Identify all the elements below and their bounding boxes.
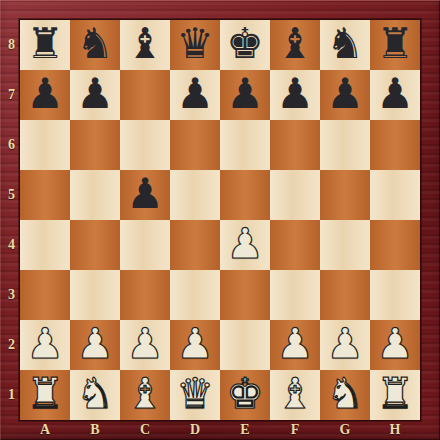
square-c3[interactable] xyxy=(120,270,170,320)
square-b1[interactable]: ♞ xyxy=(70,370,120,420)
square-e4[interactable]: ♟ xyxy=(220,220,270,270)
square-e8[interactable]: ♚ xyxy=(220,20,270,70)
square-g1[interactable]: ♞ xyxy=(320,370,370,420)
rank-label-3: 3 xyxy=(0,270,20,320)
square-e7[interactable]: ♟ xyxy=(220,70,270,120)
square-f6[interactable] xyxy=(270,120,320,170)
square-g5[interactable] xyxy=(320,170,370,220)
square-h3[interactable] xyxy=(370,270,420,320)
square-e2[interactable] xyxy=(220,320,270,370)
piece-black-knight[interactable]: ♞ xyxy=(76,23,114,65)
rank-label-5: 5 xyxy=(0,170,20,220)
square-a3[interactable] xyxy=(20,270,70,320)
piece-black-pawn[interactable]: ♟ xyxy=(326,73,364,115)
file-label-c: C xyxy=(120,420,170,440)
piece-white-pawn[interactable]: ♟ xyxy=(226,223,264,265)
square-f1[interactable]: ♝ xyxy=(270,370,320,420)
square-h8[interactable]: ♜ xyxy=(370,20,420,70)
file-label-a: A xyxy=(20,420,70,440)
piece-white-pawn[interactable]: ♟ xyxy=(176,323,214,365)
piece-black-pawn[interactable]: ♟ xyxy=(276,73,314,115)
file-label-d: D xyxy=(170,420,220,440)
piece-white-queen[interactable]: ♛ xyxy=(176,373,214,415)
piece-black-rook[interactable]: ♜ xyxy=(376,23,414,65)
square-d2[interactable]: ♟ xyxy=(170,320,220,370)
square-g8[interactable]: ♞ xyxy=(320,20,370,70)
square-f4[interactable] xyxy=(270,220,320,270)
square-c6[interactable] xyxy=(120,120,170,170)
square-c8[interactable]: ♝ xyxy=(120,20,170,70)
square-e6[interactable] xyxy=(220,120,270,170)
file-label-h: H xyxy=(370,420,420,440)
square-d1[interactable]: ♛ xyxy=(170,370,220,420)
piece-black-king[interactable]: ♚ xyxy=(226,23,264,65)
file-label-g: G xyxy=(320,420,370,440)
piece-black-knight[interactable]: ♞ xyxy=(326,23,364,65)
piece-white-bishop[interactable]: ♝ xyxy=(276,373,314,415)
piece-white-pawn[interactable]: ♟ xyxy=(276,323,314,365)
square-g6[interactable] xyxy=(320,120,370,170)
piece-black-queen[interactable]: ♛ xyxy=(176,23,214,65)
piece-white-bishop[interactable]: ♝ xyxy=(126,373,164,415)
piece-white-pawn[interactable]: ♟ xyxy=(76,323,114,365)
square-h1[interactable]: ♜ xyxy=(370,370,420,420)
square-h6[interactable] xyxy=(370,120,420,170)
square-a8[interactable]: ♜ xyxy=(20,20,70,70)
square-d3[interactable] xyxy=(170,270,220,320)
square-c5[interactable]: ♟ xyxy=(120,170,170,220)
piece-black-pawn[interactable]: ♟ xyxy=(376,73,414,115)
square-h5[interactable] xyxy=(370,170,420,220)
square-a2[interactable]: ♟ xyxy=(20,320,70,370)
square-a7[interactable]: ♟ xyxy=(20,70,70,120)
square-h2[interactable]: ♟ xyxy=(370,320,420,370)
square-c1[interactable]: ♝ xyxy=(120,370,170,420)
piece-white-rook[interactable]: ♜ xyxy=(376,373,414,415)
file-label-e: E xyxy=(220,420,270,440)
piece-black-pawn[interactable]: ♟ xyxy=(76,73,114,115)
square-f3[interactable] xyxy=(270,270,320,320)
rank-label-2: 2 xyxy=(0,320,20,370)
square-a5[interactable] xyxy=(20,170,70,220)
square-c4[interactable] xyxy=(120,220,170,270)
piece-black-bishop[interactable]: ♝ xyxy=(126,23,164,65)
square-b7[interactable]: ♟ xyxy=(70,70,120,120)
piece-white-knight[interactable]: ♞ xyxy=(76,373,114,415)
square-b5[interactable] xyxy=(70,170,120,220)
rank-label-6: 6 xyxy=(0,120,20,170)
piece-black-rook[interactable]: ♜ xyxy=(26,23,64,65)
square-a6[interactable] xyxy=(20,120,70,170)
square-d4[interactable] xyxy=(170,220,220,270)
square-c7[interactable] xyxy=(120,70,170,120)
square-a1[interactable]: ♜ xyxy=(20,370,70,420)
square-f8[interactable]: ♝ xyxy=(270,20,320,70)
square-b3[interactable] xyxy=(70,270,120,320)
square-f7[interactable]: ♟ xyxy=(270,70,320,120)
square-g3[interactable] xyxy=(320,270,370,320)
chess-board-frame: 87654321 ♜♞♝♛♚♝♞♜♟♟♟♟♟♟♟♟♟♟♟♟♟♟♟♟♜♞♝♛♚♝♞… xyxy=(0,0,440,440)
square-g7[interactable]: ♟ xyxy=(320,70,370,120)
rank-labels: 87654321 xyxy=(0,20,20,420)
square-e3[interactable] xyxy=(220,270,270,320)
square-f2[interactable]: ♟ xyxy=(270,320,320,370)
square-b6[interactable] xyxy=(70,120,120,170)
square-b8[interactable]: ♞ xyxy=(70,20,120,70)
square-h7[interactable]: ♟ xyxy=(370,70,420,120)
piece-black-pawn[interactable]: ♟ xyxy=(126,173,164,215)
square-h4[interactable] xyxy=(370,220,420,270)
piece-white-pawn[interactable]: ♟ xyxy=(376,323,414,365)
square-d5[interactable] xyxy=(170,170,220,220)
square-g4[interactable] xyxy=(320,220,370,270)
piece-black-pawn[interactable]: ♟ xyxy=(226,73,264,115)
square-a4[interactable] xyxy=(20,220,70,270)
chess-board: ♜♞♝♛♚♝♞♜♟♟♟♟♟♟♟♟♟♟♟♟♟♟♟♟♜♞♝♛♚♝♞♜ xyxy=(20,20,420,420)
square-e1[interactable]: ♚ xyxy=(220,370,270,420)
piece-white-pawn[interactable]: ♟ xyxy=(326,323,364,365)
square-f5[interactable] xyxy=(270,170,320,220)
square-c2[interactable]: ♟ xyxy=(120,320,170,370)
rank-label-4: 4 xyxy=(0,220,20,270)
rank-label-8: 8 xyxy=(0,20,20,70)
file-label-f: F xyxy=(270,420,320,440)
piece-white-knight[interactable]: ♞ xyxy=(326,373,364,415)
square-g2[interactable]: ♟ xyxy=(320,320,370,370)
rank-label-1: 1 xyxy=(0,370,20,420)
rank-label-7: 7 xyxy=(0,70,20,120)
square-d8[interactable]: ♛ xyxy=(170,20,220,70)
piece-white-pawn[interactable]: ♟ xyxy=(26,323,64,365)
file-labels: ABCDEFGH xyxy=(20,420,420,440)
square-b4[interactable] xyxy=(70,220,120,270)
square-d6[interactable] xyxy=(170,120,220,170)
square-d7[interactable]: ♟ xyxy=(170,70,220,120)
piece-black-pawn[interactable]: ♟ xyxy=(176,73,214,115)
piece-white-pawn[interactable]: ♟ xyxy=(126,323,164,365)
piece-white-king[interactable]: ♚ xyxy=(226,373,264,415)
piece-white-rook[interactable]: ♜ xyxy=(26,373,64,415)
square-b2[interactable]: ♟ xyxy=(70,320,120,370)
file-label-b: B xyxy=(70,420,120,440)
piece-black-pawn[interactable]: ♟ xyxy=(26,73,64,115)
piece-black-bishop[interactable]: ♝ xyxy=(276,23,314,65)
square-e5[interactable] xyxy=(220,170,270,220)
